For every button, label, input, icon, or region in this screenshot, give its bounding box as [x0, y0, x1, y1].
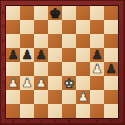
square-f1[interactable] — [76, 104, 90, 118]
square-g5[interactable]: ♟ — [90, 48, 104, 62]
square-b6[interactable] — [20, 34, 34, 48]
square-b7[interactable] — [20, 20, 34, 34]
square-f7[interactable] — [76, 20, 90, 34]
square-c8[interactable] — [34, 6, 48, 20]
piece-black-king[interactable]: ♚ — [49, 6, 61, 20]
square-a3[interactable]: ♟ — [6, 76, 20, 90]
square-c4[interactable] — [34, 62, 48, 76]
square-h8[interactable] — [104, 6, 118, 20]
square-a5[interactable]: ♟ — [6, 48, 20, 62]
piece-black-pawn[interactable]: ♟ — [91, 48, 102, 62]
square-e4[interactable] — [62, 62, 76, 76]
square-d4[interactable] — [48, 62, 62, 76]
square-h1[interactable] — [104, 104, 118, 118]
square-c7[interactable] — [34, 20, 48, 34]
piece-white-pawn[interactable]: ♟ — [35, 76, 46, 90]
square-c5[interactable]: ♟ — [34, 48, 48, 62]
square-f8[interactable] — [76, 6, 90, 20]
chess-board-frame: 87654321 abcdefgh ♚♟♟♟♟♟♟♟♟♟♚♟ — [0, 0, 125, 125]
file-label-c: c — [34, 118, 48, 125]
square-c1[interactable] — [34, 104, 48, 118]
piece-black-pawn[interactable]: ♟ — [7, 48, 18, 62]
square-e3[interactable]: ♚ — [62, 76, 76, 90]
piece-white-pawn[interactable]: ♟ — [7, 76, 18, 90]
square-h6[interactable] — [104, 34, 118, 48]
square-a2[interactable] — [6, 90, 20, 104]
square-b1[interactable] — [20, 104, 34, 118]
square-c3[interactable]: ♟ — [34, 76, 48, 90]
chess-board: ♚♟♟♟♟♟♟♟♟♟♚♟ — [6, 6, 118, 118]
piece-white-king[interactable]: ♚ — [63, 76, 75, 90]
square-g2[interactable] — [90, 90, 104, 104]
square-d8[interactable]: ♚ — [48, 6, 62, 20]
square-b3[interactable]: ♟ — [20, 76, 34, 90]
square-g1[interactable] — [90, 104, 104, 118]
square-f3[interactable] — [76, 76, 90, 90]
square-e7[interactable] — [62, 20, 76, 34]
square-h2[interactable] — [104, 90, 118, 104]
square-e5[interactable] — [62, 48, 76, 62]
square-g3[interactable] — [90, 76, 104, 90]
file-label-h: h — [104, 118, 118, 125]
square-c2[interactable] — [34, 90, 48, 104]
square-d2[interactable] — [48, 90, 62, 104]
piece-black-pawn[interactable]: ♟ — [21, 48, 32, 62]
square-g7[interactable] — [90, 20, 104, 34]
square-e6[interactable] — [62, 34, 76, 48]
square-h3[interactable] — [104, 76, 118, 90]
square-f2[interactable]: ♟ — [76, 90, 90, 104]
square-g6[interactable] — [90, 34, 104, 48]
square-d6[interactable] — [48, 34, 62, 48]
square-h5[interactable] — [104, 48, 118, 62]
piece-black-pawn[interactable]: ♟ — [105, 62, 116, 76]
square-b5[interactable]: ♟ — [20, 48, 34, 62]
piece-white-pawn[interactable]: ♟ — [91, 62, 102, 76]
file-label-f: f — [76, 118, 90, 125]
square-e2[interactable] — [62, 90, 76, 104]
square-b8[interactable] — [20, 6, 34, 20]
square-a8[interactable] — [6, 6, 20, 20]
square-f5[interactable] — [76, 48, 90, 62]
file-label-g: g — [90, 118, 104, 125]
square-f6[interactable] — [76, 34, 90, 48]
square-d1[interactable] — [48, 104, 62, 118]
file-label-a: a — [6, 118, 20, 125]
square-e1[interactable] — [62, 104, 76, 118]
square-h7[interactable] — [104, 20, 118, 34]
piece-white-pawn[interactable]: ♟ — [77, 90, 88, 104]
square-b4[interactable] — [20, 62, 34, 76]
piece-white-pawn[interactable]: ♟ — [21, 76, 32, 90]
square-d5[interactable] — [48, 48, 62, 62]
square-h4[interactable]: ♟ — [104, 62, 118, 76]
square-a4[interactable] — [6, 62, 20, 76]
square-g8[interactable] — [90, 6, 104, 20]
square-g4[interactable]: ♟ — [90, 62, 104, 76]
square-e8[interactable] — [62, 6, 76, 20]
file-labels: abcdefgh — [6, 118, 118, 125]
square-c6[interactable] — [34, 34, 48, 48]
square-b2[interactable] — [20, 90, 34, 104]
square-f4[interactable] — [76, 62, 90, 76]
square-d7[interactable] — [48, 20, 62, 34]
square-a6[interactable] — [6, 34, 20, 48]
square-a1[interactable] — [6, 104, 20, 118]
square-d3[interactable] — [48, 76, 62, 90]
file-label-b: b — [20, 118, 34, 125]
piece-black-pawn[interactable]: ♟ — [35, 48, 46, 62]
file-label-e: e — [62, 118, 76, 125]
file-label-d: d — [48, 118, 62, 125]
square-a7[interactable] — [6, 20, 20, 34]
